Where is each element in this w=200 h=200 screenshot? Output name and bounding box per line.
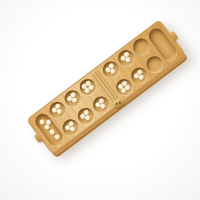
- clasp-left: [33, 133, 42, 143]
- seed: [38, 118, 45, 125]
- mancala-board: [26, 19, 186, 155]
- seed: [53, 133, 60, 140]
- seed: [71, 97, 78, 104]
- brass-hinge-icon: [113, 98, 124, 109]
- seed: [99, 103, 106, 110]
- seed: [124, 57, 131, 64]
- seed: [69, 126, 76, 133]
- clasp-right: [169, 31, 178, 41]
- seed: [56, 108, 63, 115]
- photo-background: [0, 0, 200, 200]
- seed: [84, 115, 91, 122]
- seed: [109, 68, 116, 75]
- seed: [48, 128, 55, 135]
- seed: [137, 74, 144, 81]
